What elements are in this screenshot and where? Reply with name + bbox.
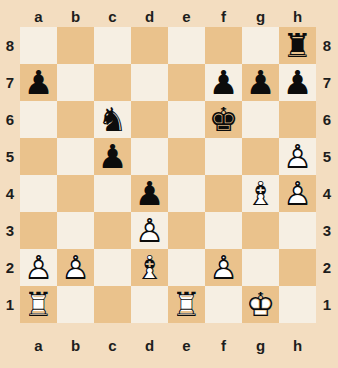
rank-label-right-5: 5: [316, 138, 338, 175]
black-piece-glyph: ♞︎: [94, 101, 131, 138]
square-d7[interactable]: [131, 64, 168, 101]
square-g4[interactable]: ♝︎♗︎: [242, 175, 279, 212]
square-e1[interactable]: ♜︎♖︎: [168, 286, 205, 323]
square-e5[interactable]: [168, 138, 205, 175]
rank-label-left-6: 6: [0, 101, 20, 138]
piece-white-pawn[interactable]: ♟︎♙︎: [20, 249, 57, 286]
square-h2[interactable]: [279, 249, 316, 286]
square-g8[interactable]: [242, 27, 279, 64]
white-piece-outline-layer: ♙︎: [20, 249, 57, 286]
square-g7[interactable]: ♟︎: [242, 64, 279, 101]
square-h4[interactable]: ♟︎♙︎: [279, 175, 316, 212]
rank-label-right-1: 1: [316, 286, 338, 323]
rank-label-right-4: 4: [316, 175, 338, 212]
square-d4[interactable]: ♟︎: [131, 175, 168, 212]
piece-black-pawn[interactable]: ♟︎: [94, 138, 131, 175]
piece-black-rook[interactable]: ♜︎: [279, 27, 316, 64]
piece-white-pawn[interactable]: ♟︎♙︎: [57, 249, 94, 286]
file-label-bottom-g: g: [242, 323, 279, 368]
white-piece-outline-layer: ♙︎: [279, 175, 316, 212]
square-a6[interactable]: [20, 101, 57, 138]
piece-black-pawn[interactable]: ♟︎: [131, 175, 168, 212]
file-label-bottom-b: b: [57, 323, 94, 368]
file-label-top-b: b: [57, 0, 94, 27]
square-f1[interactable]: [205, 286, 242, 323]
file-label-top-f: f: [205, 0, 242, 27]
square-c5[interactable]: ♟︎: [94, 138, 131, 175]
square-f8[interactable]: [205, 27, 242, 64]
square-h6[interactable]: [279, 101, 316, 138]
chess-board-grid: aabbccddeeffgghh8877665544332211♜︎♟︎♟︎♟︎…: [0, 0, 338, 368]
file-label-top-d: d: [131, 0, 168, 27]
white-piece-outline-layer: ♖︎: [20, 286, 57, 323]
rank-label-right-3: 3: [316, 212, 338, 249]
square-b8[interactable]: [57, 27, 94, 64]
square-b1[interactable]: [57, 286, 94, 323]
square-h7[interactable]: ♟︎: [279, 64, 316, 101]
square-c7[interactable]: [94, 64, 131, 101]
square-d1[interactable]: [131, 286, 168, 323]
black-piece-glyph: ♟︎: [205, 64, 242, 101]
square-a4[interactable]: [20, 175, 57, 212]
piece-black-pawn[interactable]: ♟︎: [20, 64, 57, 101]
chess-diagram: aabbccddeeffgghh8877665544332211♜︎♟︎♟︎♟︎…: [0, 0, 338, 368]
square-b3[interactable]: [57, 212, 94, 249]
square-c4[interactable]: [94, 175, 131, 212]
file-label-top-a: a: [20, 0, 57, 27]
square-f2[interactable]: ♟︎♙︎: [205, 249, 242, 286]
piece-black-pawn[interactable]: ♟︎: [205, 64, 242, 101]
piece-black-pawn[interactable]: ♟︎: [242, 64, 279, 101]
square-b5[interactable]: [57, 138, 94, 175]
square-c1[interactable]: [94, 286, 131, 323]
square-d2[interactable]: ♝︎♗︎: [131, 249, 168, 286]
white-piece-outline-layer: ♖︎: [168, 286, 205, 323]
rank-label-left-7: 7: [0, 64, 20, 101]
piece-white-rook[interactable]: ♜︎♖︎: [168, 286, 205, 323]
piece-white-pawn[interactable]: ♟︎♙︎: [205, 249, 242, 286]
file-label-bottom-d: d: [131, 323, 168, 368]
rank-label-left-4: 4: [0, 175, 20, 212]
square-d3[interactable]: ♟︎♙︎: [131, 212, 168, 249]
square-e7[interactable]: [168, 64, 205, 101]
piece-white-bishop[interactable]: ♝︎♗︎: [131, 249, 168, 286]
black-piece-glyph: ♜︎: [279, 27, 316, 64]
square-a2[interactable]: ♟︎♙︎: [20, 249, 57, 286]
rank-label-left-1: 1: [0, 286, 20, 323]
piece-white-king[interactable]: ♚︎♔︎: [242, 286, 279, 323]
black-piece-glyph: ♚︎: [205, 101, 242, 138]
square-c2[interactable]: [94, 249, 131, 286]
piece-black-king[interactable]: ♚︎: [205, 101, 242, 138]
square-d8[interactable]: [131, 27, 168, 64]
file-label-bottom-a: a: [20, 323, 57, 368]
file-label-bottom-c: c: [94, 323, 131, 368]
square-g6[interactable]: [242, 101, 279, 138]
square-e2[interactable]: [168, 249, 205, 286]
square-f3[interactable]: [205, 212, 242, 249]
square-f5[interactable]: [205, 138, 242, 175]
square-e8[interactable]: [168, 27, 205, 64]
black-piece-glyph: ♟︎: [94, 138, 131, 175]
square-g2[interactable]: [242, 249, 279, 286]
square-e4[interactable]: [168, 175, 205, 212]
square-g1[interactable]: ♚︎♔︎: [242, 286, 279, 323]
piece-white-rook[interactable]: ♜︎♖︎: [20, 286, 57, 323]
rank-label-left-2: 2: [0, 249, 20, 286]
square-f4[interactable]: [205, 175, 242, 212]
file-label-top-c: c: [94, 0, 131, 27]
black-piece-glyph: ♟︎: [279, 64, 316, 101]
piece-white-bishop[interactable]: ♝︎♗︎: [242, 175, 279, 212]
white-piece-outline-layer: ♗︎: [242, 175, 279, 212]
rank-label-right-2: 2: [316, 249, 338, 286]
piece-black-knight[interactable]: ♞︎: [94, 101, 131, 138]
white-piece-outline-layer: ♙︎: [279, 138, 316, 175]
square-c3[interactable]: [94, 212, 131, 249]
white-piece-outline-layer: ♙︎: [131, 212, 168, 249]
white-piece-outline-layer: ♔︎: [242, 286, 279, 323]
black-piece-glyph: ♟︎: [20, 64, 57, 101]
square-e6[interactable]: [168, 101, 205, 138]
piece-white-pawn[interactable]: ♟︎♙︎: [279, 138, 316, 175]
square-a1[interactable]: ♜︎♖︎: [20, 286, 57, 323]
black-piece-glyph: ♟︎: [242, 64, 279, 101]
rank-label-right-7: 7: [316, 64, 338, 101]
square-b4[interactable]: [57, 175, 94, 212]
square-g3[interactable]: [242, 212, 279, 249]
piece-black-pawn[interactable]: ♟︎: [279, 64, 316, 101]
white-piece-outline-layer: ♙︎: [205, 249, 242, 286]
square-a8[interactable]: [20, 27, 57, 64]
square-a3[interactable]: [20, 212, 57, 249]
square-c6[interactable]: ♞︎: [94, 101, 131, 138]
square-e3[interactable]: [168, 212, 205, 249]
square-b6[interactable]: [57, 101, 94, 138]
square-a5[interactable]: [20, 138, 57, 175]
square-a7[interactable]: ♟︎: [20, 64, 57, 101]
square-b7[interactable]: [57, 64, 94, 101]
square-c8[interactable]: [94, 27, 131, 64]
square-g5[interactable]: [242, 138, 279, 175]
piece-white-pawn[interactable]: ♟︎♙︎: [279, 175, 316, 212]
square-h1[interactable]: [279, 286, 316, 323]
square-d5[interactable]: [131, 138, 168, 175]
file-label-top-g: g: [242, 0, 279, 27]
white-piece-outline-layer: ♗︎: [131, 249, 168, 286]
file-label-bottom-f: f: [205, 323, 242, 368]
black-piece-glyph: ♟︎: [131, 175, 168, 212]
file-label-top-h: h: [279, 0, 316, 27]
square-h5[interactable]: ♟︎♙︎: [279, 138, 316, 175]
square-d6[interactable]: [131, 101, 168, 138]
white-piece-outline-layer: ♙︎: [57, 249, 94, 286]
square-h8[interactable]: ♜︎: [279, 27, 316, 64]
rank-label-left-8: 8: [0, 27, 20, 64]
piece-white-pawn[interactable]: ♟︎♙︎: [131, 212, 168, 249]
square-b2[interactable]: ♟︎♙︎: [57, 249, 94, 286]
file-label-top-e: e: [168, 0, 205, 27]
rank-label-left-3: 3: [0, 212, 20, 249]
rank-label-right-8: 8: [316, 27, 338, 64]
rank-label-left-5: 5: [0, 138, 20, 175]
file-label-bottom-e: e: [168, 323, 205, 368]
file-label-bottom-h: h: [279, 323, 316, 368]
square-h3[interactable]: [279, 212, 316, 249]
square-f6[interactable]: ♚︎: [205, 101, 242, 138]
square-f7[interactable]: ♟︎: [205, 64, 242, 101]
rank-label-right-6: 6: [316, 101, 338, 138]
